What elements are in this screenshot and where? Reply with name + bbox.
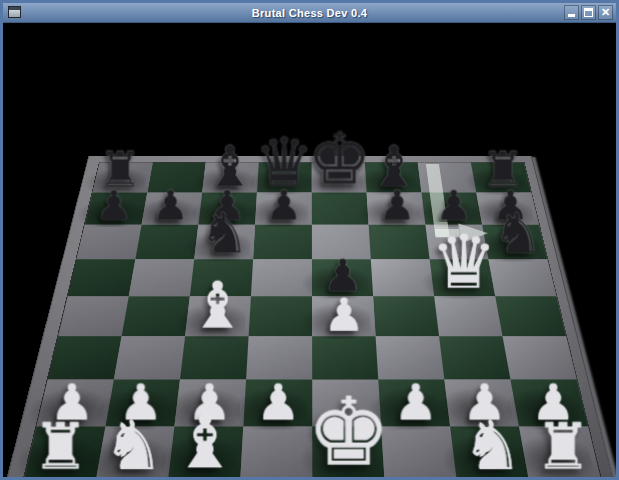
square-h4[interactable] xyxy=(495,296,566,336)
render-scene: ♜♝♛♚♝♜♟♟♟♟♟♟♟♞♞♟♛♝♟♟♟♟♟♟♟♟♜♞♝♚♞♜ xyxy=(3,23,616,478)
square-b5[interactable] xyxy=(129,259,194,296)
square-a7[interactable]: ♟ xyxy=(85,193,148,225)
window-controls: ✕ xyxy=(564,5,613,20)
piece-black-pawn-b7[interactable]: ♟ xyxy=(152,185,189,226)
window-menu-icon[interactable] xyxy=(8,6,21,18)
square-f7[interactable]: ♟ xyxy=(367,193,426,225)
maximize-button[interactable] xyxy=(581,5,596,20)
app-window: Brutal Chess Dev 0.4 ✕ ♜♝♛♚♝♜♟♟♟♟♟♟♟♞♞♟♛… xyxy=(0,0,619,480)
piece-white-knight-g1[interactable]: ♞ xyxy=(461,411,522,478)
square-f6[interactable] xyxy=(369,225,430,259)
piece-white-knight-b1[interactable]: ♞ xyxy=(102,411,163,478)
square-b6[interactable] xyxy=(135,225,198,259)
square-e1[interactable]: ♚ xyxy=(312,427,384,478)
square-b4[interactable] xyxy=(122,296,190,336)
piece-black-knight-c6[interactable]: ♞ xyxy=(199,205,249,261)
square-g4[interactable] xyxy=(434,296,502,336)
square-d7[interactable]: ♟ xyxy=(255,193,312,225)
square-d6[interactable] xyxy=(253,225,312,259)
chess-board-3d: ♜♝♛♚♝♜♟♟♟♟♟♟♟♞♞♟♛♝♟♟♟♟♟♟♟♟♜♞♝♚♞♜ xyxy=(4,156,616,478)
square-b1[interactable]: ♞ xyxy=(96,427,174,478)
piece-white-pawn-e4[interactable]: ♟ xyxy=(323,292,364,338)
square-h1[interactable]: ♜ xyxy=(519,427,600,478)
square-a5[interactable] xyxy=(68,259,136,296)
square-a4[interactable] xyxy=(58,296,129,336)
piece-white-rook-a1[interactable]: ♜ xyxy=(33,416,90,478)
piece-white-king-e1[interactable]: ♚ xyxy=(306,386,390,478)
square-d1[interactable] xyxy=(240,427,312,478)
titlebar[interactable]: Brutal Chess Dev 0.4 ✕ xyxy=(3,3,616,23)
piece-black-knight-h6[interactable]: ♞ xyxy=(492,205,542,261)
board-frame: ♜♝♛♚♝♜♟♟♟♟♟♟♟♞♞♟♛♝♟♟♟♟♟♟♟♟♜♞♝♚♞♜ xyxy=(4,156,616,478)
piece-white-rook-h1[interactable]: ♜ xyxy=(535,416,592,478)
square-f5[interactable] xyxy=(371,259,434,296)
piece-black-pawn-a7[interactable]: ♟ xyxy=(95,185,132,226)
square-c6[interactable]: ♞ xyxy=(194,225,255,259)
close-button[interactable]: ✕ xyxy=(598,5,613,20)
piece-white-pawn-f2[interactable]: ♟ xyxy=(393,378,437,428)
piece-black-pawn-d7[interactable]: ♟ xyxy=(265,185,302,226)
square-f4[interactable] xyxy=(373,296,439,336)
piece-black-pawn-f7[interactable]: ♟ xyxy=(379,185,416,226)
square-g1[interactable]: ♞ xyxy=(450,427,528,478)
square-c1[interactable]: ♝ xyxy=(168,427,243,478)
minimize-button[interactable] xyxy=(564,5,579,20)
square-h5[interactable] xyxy=(488,259,556,296)
window-title: Brutal Chess Dev 0.4 xyxy=(3,7,616,19)
square-d4[interactable] xyxy=(249,296,312,336)
piece-white-queen-g5[interactable]: ♛ xyxy=(431,225,497,299)
board-squares: ♜♝♛♚♝♜♟♟♟♟♟♟♟♞♞♟♛♝♟♟♟♟♟♟♟♟♜♞♝♚♞♜ xyxy=(23,162,602,478)
square-e8[interactable]: ♚ xyxy=(312,163,367,193)
square-f1[interactable] xyxy=(381,427,456,478)
piece-white-bishop-c4[interactable]: ♝ xyxy=(188,274,246,338)
square-e7[interactable] xyxy=(312,193,369,225)
square-d5[interactable] xyxy=(251,259,312,296)
square-g5[interactable]: ♛ xyxy=(430,259,496,296)
piece-white-bishop-c1[interactable]: ♝ xyxy=(172,406,237,478)
square-c4[interactable]: ♝ xyxy=(185,296,251,336)
square-d2[interactable]: ♟ xyxy=(243,380,312,427)
piece-white-pawn-d2[interactable]: ♟ xyxy=(256,378,300,428)
square-e3[interactable] xyxy=(312,336,378,379)
square-a1[interactable]: ♜ xyxy=(24,427,105,478)
square-a6[interactable] xyxy=(77,225,142,259)
square-b7[interactable]: ♟ xyxy=(142,193,203,225)
piece-black-king-e8[interactable]: ♚ xyxy=(307,123,371,195)
square-e4[interactable]: ♟ xyxy=(312,296,376,336)
